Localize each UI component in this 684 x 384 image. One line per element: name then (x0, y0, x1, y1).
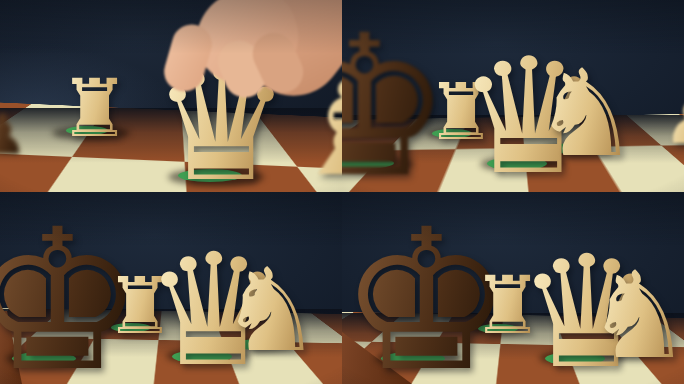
white-knight-piece: ♞ (585, 256, 684, 376)
white-knight-piece: ♞ (219, 253, 322, 368)
frame-top-right: ♚ ♜ ♛ ♞ ♟ (342, 0, 684, 192)
white-knight-piece: ♞ (532, 54, 640, 174)
white-pawn-piece: ♟ (662, 82, 684, 154)
frame-bottom-left: ♚ ♜ ♛ ♞ (0, 192, 342, 384)
frame-top-left: ♟ ♜ ♛ ♝ (0, 0, 342, 192)
hand (0, 0, 342, 192)
frame-bottom-right: ♚ ♜ ♛ ♞ (342, 192, 684, 384)
thumbnail-montage: ♟ ♜ ♛ ♝ ♚ ♜ ♛ ♞ ♟ (0, 0, 684, 384)
